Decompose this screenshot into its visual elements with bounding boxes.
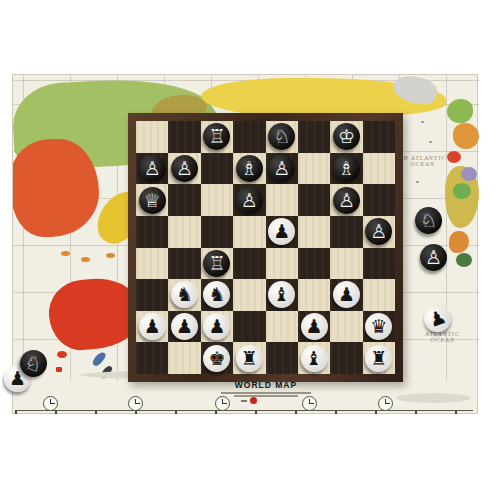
square-f2: ♟ — [298, 311, 330, 343]
square-c7 — [201, 153, 233, 185]
square-g4 — [330, 248, 362, 280]
square-c6 — [201, 184, 233, 216]
square-f3 — [298, 279, 330, 311]
chess-board: ♖♘♔♙♙♗♙♗♕♙♙♟♙♖♞♞♝♟♟♟♟♟♛♚♜♝♜ — [136, 121, 395, 374]
square-c4: ♖ — [201, 248, 233, 280]
timezone-clock — [215, 396, 230, 411]
square-h8 — [363, 121, 395, 153]
piece-white-queen[interactable]: ♛ — [365, 313, 392, 340]
square-e2 — [266, 311, 298, 343]
square-f7 — [298, 153, 330, 185]
square-b7: ♙ — [168, 153, 200, 185]
piece-white-pawn[interactable]: ♟ — [171, 313, 198, 340]
square-c5 — [201, 216, 233, 248]
timezone-clock — [43, 396, 58, 411]
square-h7 — [363, 153, 395, 185]
land-australia — [46, 275, 140, 352]
square-a1 — [136, 342, 168, 374]
piece-white-pawn[interactable]: ♟ — [333, 281, 360, 308]
square-f1: ♝ — [298, 342, 330, 374]
piece-black-queen[interactable]: ♕ — [139, 187, 166, 214]
loose-piece-black-knight[interactable]: ♘ — [415, 207, 442, 234]
land-africa — [456, 253, 472, 267]
square-f8 — [298, 121, 330, 153]
square-d8 — [233, 121, 265, 153]
piece-white-king[interactable]: ♚ — [203, 345, 230, 372]
square-b3: ♞ — [168, 279, 200, 311]
land-new-zealand — [91, 350, 107, 367]
piece-black-rook[interactable]: ♖ — [203, 250, 230, 277]
map-subtitle-line — [234, 395, 298, 397]
square-c3: ♞ — [201, 279, 233, 311]
square-h5: ♙ — [363, 216, 395, 248]
square-e8: ♘ — [266, 121, 298, 153]
map-red-marker — [56, 367, 62, 372]
piece-white-knight[interactable]: ♞ — [171, 281, 198, 308]
piece-white-rook[interactable]: ♜ — [236, 345, 263, 372]
square-g2 — [330, 311, 362, 343]
square-h6 — [363, 184, 395, 216]
piece-black-pawn[interactable]: ♙ — [365, 218, 392, 245]
square-b4 — [168, 248, 200, 280]
piece-white-pawn[interactable]: ♟ — [301, 313, 328, 340]
square-g7: ♗ — [330, 153, 362, 185]
square-c2: ♟ — [201, 311, 233, 343]
square-a6: ♕ — [136, 184, 168, 216]
square-e6 — [266, 184, 298, 216]
square-e7: ♙ — [266, 153, 298, 185]
square-e1 — [266, 342, 298, 374]
square-d4 — [233, 248, 265, 280]
square-f4 — [298, 248, 330, 280]
piece-black-pawn[interactable]: ♙ — [333, 187, 360, 214]
square-g6: ♙ — [330, 184, 362, 216]
piece-white-rook[interactable]: ♜ — [365, 345, 392, 372]
piece-white-knight[interactable]: ♞ — [203, 281, 230, 308]
square-e5: ♟ — [266, 216, 298, 248]
square-h3 — [363, 279, 395, 311]
square-d5 — [233, 216, 265, 248]
piece-black-pawn[interactable]: ♙ — [139, 155, 166, 182]
square-d1: ♜ — [233, 342, 265, 374]
square-g3: ♟ — [330, 279, 362, 311]
island-dot — [416, 181, 419, 183]
square-e4 — [266, 248, 298, 280]
land-tasmania — [57, 351, 67, 358]
square-d7: ♗ — [233, 153, 265, 185]
square-a3 — [136, 279, 168, 311]
square-e3: ♝ — [266, 279, 298, 311]
square-d6: ♙ — [233, 184, 265, 216]
land-europe — [447, 151, 461, 163]
island — [106, 253, 115, 258]
island-dot — [429, 141, 432, 143]
copyright-mark — [241, 400, 247, 402]
land-europe — [447, 99, 473, 123]
piece-black-bishop[interactable]: ♗ — [333, 155, 360, 182]
square-g8: ♔ — [330, 121, 362, 153]
land-antarctica — [396, 393, 471, 403]
square-c1: ♚ — [201, 342, 233, 374]
piece-white-pawn[interactable]: ♟ — [139, 313, 166, 340]
square-h4 — [363, 248, 395, 280]
piece-black-bishop[interactable]: ♗ — [236, 155, 263, 182]
square-b1 — [168, 342, 200, 374]
piece-black-pawn[interactable]: ♙ — [268, 155, 295, 182]
timezone-clock — [378, 396, 393, 411]
square-b2: ♟ — [168, 311, 200, 343]
square-b5 — [168, 216, 200, 248]
square-g5 — [330, 216, 362, 248]
island — [81, 257, 90, 262]
map-subtitle-line — [221, 392, 311, 394]
piece-black-pawn[interactable]: ♙ — [171, 155, 198, 182]
square-a5 — [136, 216, 168, 248]
piece-black-king[interactable]: ♔ — [333, 123, 360, 150]
square-b8 — [168, 121, 200, 153]
land-africa — [453, 183, 471, 199]
square-b6 — [168, 184, 200, 216]
square-a2: ♟ — [136, 311, 168, 343]
piece-black-knight[interactable]: ♘ — [268, 123, 295, 150]
land-africa — [461, 167, 477, 181]
land-china — [13, 139, 99, 237]
north-atlantic-label: TH ATLANTIC OCEAN — [399, 155, 446, 167]
land-africa — [449, 231, 469, 253]
island-dot — [421, 121, 424, 123]
piece-black-pawn[interactable]: ♙ — [236, 187, 263, 214]
island — [61, 251, 70, 256]
square-d2 — [233, 311, 265, 343]
square-h2: ♛ — [363, 311, 395, 343]
square-d3 — [233, 279, 265, 311]
square-a8 — [136, 121, 168, 153]
piece-white-pawn[interactable]: ♟ — [268, 218, 295, 245]
south-atlantic-label: ATLANTIC OCEAN — [425, 331, 460, 343]
piece-white-pawn[interactable]: ♟ — [203, 313, 230, 340]
land-europe — [453, 123, 479, 149]
square-c8: ♖ — [201, 121, 233, 153]
square-g1 — [330, 342, 362, 374]
piece-black-rook[interactable]: ♖ — [203, 123, 230, 150]
square-f6 — [298, 184, 330, 216]
square-f5 — [298, 216, 330, 248]
publisher-logo-dot — [250, 397, 257, 404]
piece-white-bishop[interactable]: ♝ — [268, 281, 295, 308]
timezone-scale — [15, 410, 473, 414]
timezone-clock — [302, 396, 317, 411]
piece-white-bishop[interactable]: ♝ — [301, 345, 328, 372]
square-a7: ♙ — [136, 153, 168, 185]
square-h1: ♜ — [363, 342, 395, 374]
loose-piece-black-pawn[interactable]: ♙ — [420, 244, 447, 271]
square-a4 — [136, 248, 168, 280]
timezone-clock — [128, 396, 143, 411]
chess-board-frame: ♖♘♔♙♙♗♙♗♕♙♙♟♙♖♞♞♝♟♟♟♟♟♛♚♜♝♜ — [128, 113, 403, 382]
